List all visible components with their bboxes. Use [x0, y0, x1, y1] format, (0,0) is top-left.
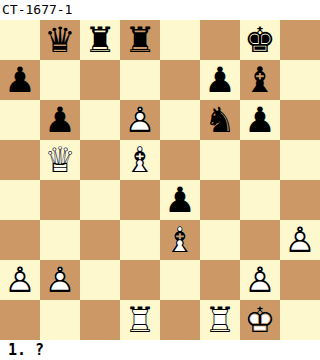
square-c8[interactable]: ♜ — [80, 20, 120, 60]
square-e8[interactable] — [160, 20, 200, 60]
square-g8[interactable]: ♚ — [240, 20, 280, 60]
square-e3[interactable]: ♝♗ — [160, 220, 200, 260]
square-e5[interactable] — [160, 140, 200, 180]
square-g5[interactable] — [240, 140, 280, 180]
square-h8[interactable] — [280, 20, 320, 60]
piece-white-rook: ♖ — [200, 300, 240, 340]
puzzle-title: CT-1677-1 — [0, 0, 320, 20]
piece-white-queen: ♕ — [40, 140, 80, 180]
piece-black-king: ♚ — [240, 20, 280, 60]
piece-white-pawn: ♙ — [0, 260, 40, 300]
square-c5[interactable] — [80, 140, 120, 180]
square-e2[interactable] — [160, 260, 200, 300]
square-g1[interactable]: ♚♔ — [240, 300, 280, 340]
square-b3[interactable] — [40, 220, 80, 260]
square-a3[interactable] — [0, 220, 40, 260]
move-prompt: 1. ? — [0, 340, 320, 360]
square-f8[interactable] — [200, 20, 240, 60]
square-a7[interactable]: ♟ — [0, 60, 40, 100]
square-g3[interactable] — [240, 220, 280, 260]
square-a1[interactable] — [0, 300, 40, 340]
square-e4[interactable]: ♟ — [160, 180, 200, 220]
square-e7[interactable] — [160, 60, 200, 100]
square-h6[interactable] — [280, 100, 320, 140]
square-a4[interactable] — [0, 180, 40, 220]
piece-black-pawn: ♟ — [240, 100, 280, 140]
square-d5[interactable]: ♝♗ — [120, 140, 160, 180]
square-c4[interactable] — [80, 180, 120, 220]
piece-white-pawn: ♙ — [40, 260, 80, 300]
piece-white-king: ♔ — [240, 300, 280, 340]
square-c1[interactable] — [80, 300, 120, 340]
piece-black-rook: ♜ — [80, 20, 120, 60]
square-c6[interactable] — [80, 100, 120, 140]
square-b8[interactable]: ♛ — [40, 20, 80, 60]
piece-white-pawn: ♙ — [120, 100, 160, 140]
piece-white-pawn: ♙ — [240, 260, 280, 300]
square-g6[interactable]: ♟ — [240, 100, 280, 140]
square-h2[interactable] — [280, 260, 320, 300]
square-b5[interactable]: ♛♕ — [40, 140, 80, 180]
square-h1[interactable] — [280, 300, 320, 340]
square-a8[interactable] — [0, 20, 40, 60]
square-a2[interactable]: ♟♙ — [0, 260, 40, 300]
square-b4[interactable] — [40, 180, 80, 220]
piece-white-rook: ♖ — [120, 300, 160, 340]
square-b7[interactable] — [40, 60, 80, 100]
piece-black-knight: ♞ — [200, 100, 240, 140]
square-g4[interactable] — [240, 180, 280, 220]
square-g2[interactable]: ♟♙ — [240, 260, 280, 300]
square-f7[interactable]: ♟ — [200, 60, 240, 100]
square-f1[interactable]: ♜♖ — [200, 300, 240, 340]
square-b2[interactable]: ♟♙ — [40, 260, 80, 300]
piece-black-bishop: ♝ — [240, 60, 280, 100]
square-h4[interactable] — [280, 180, 320, 220]
piece-black-pawn: ♟ — [0, 60, 40, 100]
square-f2[interactable] — [200, 260, 240, 300]
piece-black-pawn: ♟ — [40, 100, 80, 140]
square-d1[interactable]: ♜♖ — [120, 300, 160, 340]
square-e1[interactable] — [160, 300, 200, 340]
chess-board: ♛♜♜♚♟♟♝♟♟♙♞♟♛♕♝♗♟♝♗♟♙♟♙♟♙♟♙♜♖♜♖♚♔ — [0, 20, 320, 340]
square-a5[interactable] — [0, 140, 40, 180]
square-b1[interactable] — [40, 300, 80, 340]
square-b6[interactable]: ♟ — [40, 100, 80, 140]
square-h7[interactable] — [280, 60, 320, 100]
piece-black-queen: ♛ — [40, 20, 80, 60]
square-c3[interactable] — [80, 220, 120, 260]
square-d7[interactable] — [120, 60, 160, 100]
square-f4[interactable] — [200, 180, 240, 220]
piece-white-pawn: ♙ — [280, 220, 320, 260]
square-d6[interactable]: ♟♙ — [120, 100, 160, 140]
square-d2[interactable] — [120, 260, 160, 300]
square-d3[interactable] — [120, 220, 160, 260]
square-d8[interactable]: ♜ — [120, 20, 160, 60]
piece-white-bishop: ♗ — [160, 220, 200, 260]
square-g7[interactable]: ♝ — [240, 60, 280, 100]
piece-black-pawn: ♟ — [200, 60, 240, 100]
square-a6[interactable] — [0, 100, 40, 140]
square-d4[interactable] — [120, 180, 160, 220]
piece-white-bishop: ♗ — [120, 140, 160, 180]
square-h3[interactable]: ♟♙ — [280, 220, 320, 260]
piece-black-rook: ♜ — [120, 20, 160, 60]
square-f6[interactable]: ♞ — [200, 100, 240, 140]
piece-black-pawn: ♟ — [160, 180, 200, 220]
square-c2[interactable] — [80, 260, 120, 300]
square-h5[interactable] — [280, 140, 320, 180]
square-e6[interactable] — [160, 100, 200, 140]
square-f3[interactable] — [200, 220, 240, 260]
square-c7[interactable] — [80, 60, 120, 100]
square-f5[interactable] — [200, 140, 240, 180]
